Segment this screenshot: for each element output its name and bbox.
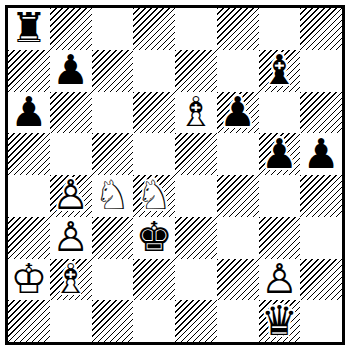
piece-white-pawn: ♟♙ [259, 259, 301, 301]
piece-black-pawn: ♟ [217, 92, 259, 134]
square-a7[interactable] [8, 50, 50, 92]
square-c6[interactable] [92, 92, 134, 134]
square-a8[interactable]: ♜ [8, 8, 50, 50]
square-g8[interactable] [259, 8, 301, 50]
square-e1[interactable] [175, 300, 217, 342]
square-d1[interactable] [133, 300, 175, 342]
square-e4[interactable] [175, 175, 217, 217]
square-b7[interactable]: ♟ [50, 50, 92, 92]
square-f1[interactable] [217, 300, 259, 342]
square-g7[interactable]: ♝ [259, 50, 301, 92]
pawn-icon: ♟ [10, 92, 47, 133]
square-h2[interactable] [300, 259, 342, 301]
knight-icon: ♘ [136, 175, 173, 216]
square-b1[interactable] [50, 300, 92, 342]
square-g3[interactable] [259, 217, 301, 259]
square-f8[interactable] [217, 8, 259, 50]
square-h5[interactable]: ♟ [300, 133, 342, 175]
rook-icon: ♜ [10, 8, 47, 49]
square-c2[interactable] [92, 259, 134, 301]
piece-white-bishop: ♝♗ [175, 92, 217, 134]
piece-white-knight: ♞♘ [133, 175, 175, 217]
square-f4[interactable] [217, 175, 259, 217]
square-h8[interactable] [300, 8, 342, 50]
king-icon: ♚ [136, 217, 173, 258]
square-c7[interactable] [92, 50, 134, 92]
square-g5[interactable]: ♟ [259, 133, 301, 175]
square-h6[interactable] [300, 92, 342, 134]
square-e7[interactable] [175, 50, 217, 92]
chess-diagram-page: ♜♟♝♟♝♗♟♟♟♟♙♞♘♞♘♟♙♚♚♔♝♗♟♙♛ [0, 0, 350, 350]
chess-board: ♜♟♝♟♝♗♟♟♟♟♙♞♘♞♘♟♙♚♚♔♝♗♟♙♛ [5, 5, 345, 345]
pawn-icon: ♟ [219, 92, 256, 133]
square-b2[interactable]: ♝♗ [50, 259, 92, 301]
piece-white-pawn: ♟♙ [50, 217, 92, 259]
piece-black-pawn: ♟ [8, 92, 50, 134]
bishop-icon: ♝ [261, 50, 298, 91]
square-g4[interactable] [259, 175, 301, 217]
piece-black-pawn: ♟ [300, 133, 342, 175]
square-d6[interactable] [133, 92, 175, 134]
square-d2[interactable] [133, 259, 175, 301]
piece-black-pawn: ♟ [259, 133, 301, 175]
piece-white-pawn: ♟♙ [50, 175, 92, 217]
square-c5[interactable] [92, 133, 134, 175]
pawn-icon: ♟ [303, 134, 340, 175]
square-c3[interactable] [92, 217, 134, 259]
square-b8[interactable] [50, 8, 92, 50]
square-g2[interactable]: ♟♙ [259, 259, 301, 301]
square-d4[interactable]: ♞♘ [133, 175, 175, 217]
square-d5[interactable] [133, 133, 175, 175]
square-g6[interactable] [259, 92, 301, 134]
square-c8[interactable] [92, 8, 134, 50]
bishop-icon: ♗ [52, 259, 89, 300]
square-h1[interactable] [300, 300, 342, 342]
square-a5[interactable] [8, 133, 50, 175]
square-a3[interactable] [8, 217, 50, 259]
square-e6[interactable]: ♝♗ [175, 92, 217, 134]
king-icon: ♔ [10, 259, 47, 300]
square-e3[interactable] [175, 217, 217, 259]
square-d3[interactable]: ♚ [133, 217, 175, 259]
piece-white-knight: ♞♘ [92, 175, 134, 217]
square-f3[interactable] [217, 217, 259, 259]
square-e5[interactable] [175, 133, 217, 175]
pawn-icon: ♟ [261, 134, 298, 175]
square-f6[interactable]: ♟ [217, 92, 259, 134]
piece-white-king: ♚♔ [8, 259, 50, 301]
square-e2[interactable] [175, 259, 217, 301]
square-f2[interactable] [217, 259, 259, 301]
bishop-icon: ♗ [177, 92, 214, 133]
square-h3[interactable] [300, 217, 342, 259]
pawn-icon: ♙ [261, 259, 298, 300]
square-c4[interactable]: ♞♘ [92, 175, 134, 217]
knight-icon: ♘ [94, 175, 131, 216]
queen-icon: ♛ [261, 301, 298, 342]
square-a4[interactable] [8, 175, 50, 217]
square-a2[interactable]: ♚♔ [8, 259, 50, 301]
square-e8[interactable] [175, 8, 217, 50]
square-b4[interactable]: ♟♙ [50, 175, 92, 217]
piece-black-bishop: ♝ [259, 50, 301, 92]
square-c1[interactable] [92, 300, 134, 342]
square-g1[interactable]: ♛ [259, 300, 301, 342]
piece-white-bishop: ♝♗ [50, 259, 92, 301]
square-h4[interactable] [300, 175, 342, 217]
square-d8[interactable] [133, 8, 175, 50]
square-a6[interactable]: ♟ [8, 92, 50, 134]
square-b5[interactable] [50, 133, 92, 175]
piece-black-pawn: ♟ [50, 50, 92, 92]
piece-black-queen: ♛ [259, 300, 301, 342]
square-f5[interactable] [217, 133, 259, 175]
square-a1[interactable] [8, 300, 50, 342]
pawn-icon: ♙ [52, 217, 89, 258]
square-h7[interactable] [300, 50, 342, 92]
square-b6[interactable] [50, 92, 92, 134]
pawn-icon: ♟ [52, 50, 89, 91]
square-f7[interactable] [217, 50, 259, 92]
piece-black-king: ♚ [133, 217, 175, 259]
pawn-icon: ♙ [52, 175, 89, 216]
square-d7[interactable] [133, 50, 175, 92]
piece-black-rook: ♜ [8, 8, 50, 50]
square-b3[interactable]: ♟♙ [50, 217, 92, 259]
